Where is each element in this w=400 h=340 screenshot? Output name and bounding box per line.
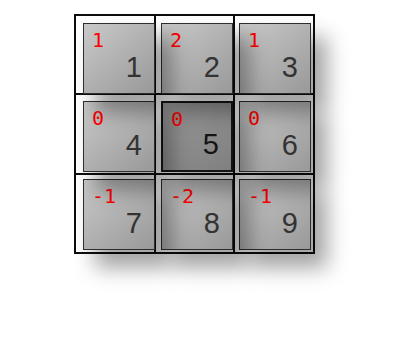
cell-weight-label: 0 xyxy=(171,109,183,129)
cell-7: -1 7 xyxy=(83,179,155,250)
cell-weight-label: -2 xyxy=(170,186,194,206)
cell-4: 0 4 xyxy=(83,101,155,172)
cell-index-label: 6 xyxy=(282,131,298,160)
cell-6: 0 6 xyxy=(239,101,311,172)
cell-index-label: 3 xyxy=(282,53,298,82)
cell-1: 1 1 xyxy=(83,23,155,94)
cell-index-label: 7 xyxy=(126,209,142,238)
cell-weight-label: 1 xyxy=(92,30,104,50)
cell-index-label: 1 xyxy=(126,53,142,82)
cell-3: 1 3 xyxy=(239,23,311,94)
cell-index-label: 2 xyxy=(204,53,220,82)
cell-weight-label: 0 xyxy=(248,108,260,128)
cell-index-label: 5 xyxy=(203,130,219,159)
cell-weight-label: 0 xyxy=(92,108,104,128)
cell-index-label: 4 xyxy=(126,131,142,160)
tile-grid: 1 1 2 2 1 3 0 4 0 5 0 6 -1 7 -2 8 xyxy=(83,23,311,250)
cell-8: -2 8 xyxy=(161,179,233,250)
kernel-grid-diagram: 1 1 2 2 1 3 0 4 0 5 0 6 -1 7 -2 8 xyxy=(0,0,400,340)
cell-2: 2 2 xyxy=(161,23,233,94)
cell-index-label: 9 xyxy=(282,209,298,238)
cell-weight-label: 2 xyxy=(170,30,182,50)
cell-weight-label: -1 xyxy=(92,186,116,206)
cell-5-highlighted: 0 5 xyxy=(161,101,233,172)
cell-weight-label: 1 xyxy=(248,30,260,50)
cell-index-label: 8 xyxy=(204,209,220,238)
cell-9: -1 9 xyxy=(239,179,311,250)
cell-weight-label: -1 xyxy=(248,186,272,206)
